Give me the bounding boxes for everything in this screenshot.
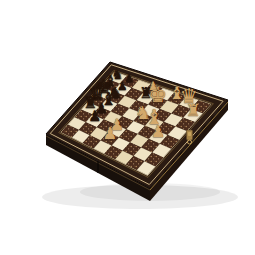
piece-white-r-b1[interactable]: ♜ (185, 102, 200, 119)
piece-white-p-e2[interactable]: ♟ (151, 124, 166, 140)
piece-white-p-g5[interactable]: ♟ (102, 125, 117, 141)
piece-white-k-b4[interactable]: ♚ (148, 85, 167, 106)
chess-set-photo: ♞♝♚♛♜♟♟♞♝♟♟♜♟♟♟♚♞♝♝♛♟♜ (0, 0, 255, 255)
clasp-highlight (188, 132, 191, 136)
chess-board (0, 0, 255, 255)
piece-black-p-f7[interactable]: ♟ (88, 109, 101, 124)
